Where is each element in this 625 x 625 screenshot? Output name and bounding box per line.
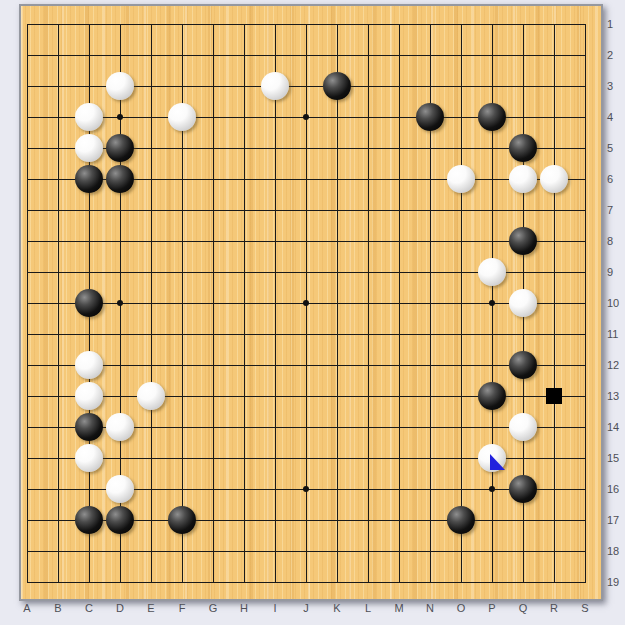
stone-white[interactable]	[75, 351, 103, 379]
stone-white[interactable]	[540, 165, 568, 193]
column-label: A	[15, 602, 39, 614]
stone-black[interactable]	[106, 506, 134, 534]
stone-black[interactable]	[509, 134, 537, 162]
last-move-triangle-marker	[478, 444, 506, 472]
stone-white[interactable]	[106, 72, 134, 100]
stone-white[interactable]	[168, 103, 196, 131]
row-label: 11	[607, 327, 625, 341]
row-label: 10	[607, 296, 625, 310]
stone-white[interactable]	[75, 444, 103, 472]
row-label: 9	[607, 265, 625, 279]
column-label: Q	[511, 602, 535, 614]
row-label: 19	[607, 575, 625, 589]
row-label: 6	[607, 172, 625, 186]
column-label: G	[201, 602, 225, 614]
stone-white[interactable]	[75, 103, 103, 131]
star-point	[303, 486, 309, 492]
stone-black[interactable]	[509, 475, 537, 503]
stone-white[interactable]	[137, 382, 165, 410]
row-label: 2	[607, 48, 625, 62]
column-label: H	[232, 602, 256, 614]
square-marker	[546, 388, 562, 404]
stone-black[interactable]	[75, 506, 103, 534]
column-label: L	[356, 602, 380, 614]
stone-black[interactable]	[168, 506, 196, 534]
stone-white[interactable]	[447, 165, 475, 193]
column-label: M	[387, 602, 411, 614]
column-label: E	[139, 602, 163, 614]
column-label: I	[263, 602, 287, 614]
row-label: 17	[607, 513, 625, 527]
column-label: D	[108, 602, 132, 614]
column-label: C	[77, 602, 101, 614]
star-point	[117, 300, 123, 306]
column-label: P	[480, 602, 504, 614]
row-label: 14	[607, 420, 625, 434]
stone-white[interactable]	[478, 258, 506, 286]
column-label: S	[573, 602, 597, 614]
column-label: O	[449, 602, 473, 614]
stone-white[interactable]	[478, 444, 506, 472]
stone-black[interactable]	[416, 103, 444, 131]
stone-white[interactable]	[75, 134, 103, 162]
stone-black[interactable]	[75, 413, 103, 441]
goban[interactable]	[19, 4, 603, 601]
stone-black[interactable]	[323, 72, 351, 100]
stone-white[interactable]	[75, 382, 103, 410]
stone-black[interactable]	[75, 289, 103, 317]
stone-white[interactable]	[509, 165, 537, 193]
stone-white[interactable]	[106, 413, 134, 441]
stone-black[interactable]	[447, 506, 475, 534]
stone-white[interactable]	[106, 475, 134, 503]
stone-white[interactable]	[509, 413, 537, 441]
stone-white[interactable]	[261, 72, 289, 100]
row-label: 4	[607, 110, 625, 124]
board-grid[interactable]	[11, 8, 600, 597]
row-label: 3	[607, 79, 625, 93]
stone-black[interactable]	[106, 165, 134, 193]
stone-black[interactable]	[509, 227, 537, 255]
row-label: 12	[607, 358, 625, 372]
stone-black[interactable]	[509, 351, 537, 379]
row-label: 15	[607, 451, 625, 465]
row-label: 5	[607, 141, 625, 155]
row-label: 16	[607, 482, 625, 496]
column-label: K	[325, 602, 349, 614]
star-point	[303, 300, 309, 306]
row-label: 7	[607, 203, 625, 217]
column-label: N	[418, 602, 442, 614]
star-point	[489, 486, 495, 492]
stone-black[interactable]	[106, 134, 134, 162]
column-label: B	[46, 602, 70, 614]
column-label: J	[294, 602, 318, 614]
row-label: 8	[607, 234, 625, 248]
go-app-window: { "game": "go", "board": { "size": 19, "…	[0, 0, 625, 625]
star-point	[117, 114, 123, 120]
star-point	[303, 114, 309, 120]
stone-white[interactable]	[509, 289, 537, 317]
column-label: F	[170, 602, 194, 614]
star-point	[489, 300, 495, 306]
row-label: 1	[607, 17, 625, 31]
column-label: R	[542, 602, 566, 614]
row-label: 18	[607, 544, 625, 558]
stone-black[interactable]	[75, 165, 103, 193]
stone-black[interactable]	[478, 382, 506, 410]
stone-black[interactable]	[478, 103, 506, 131]
row-label: 13	[607, 389, 625, 403]
